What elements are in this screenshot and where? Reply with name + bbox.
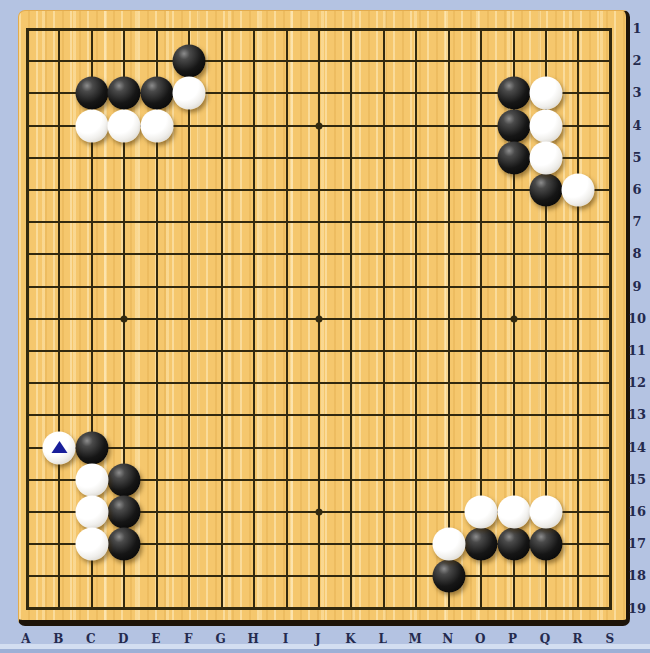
white-stone (75, 496, 108, 529)
star-point (315, 315, 322, 322)
grid-line-vertical (609, 28, 612, 611)
black-stone (75, 431, 108, 464)
black-stone (108, 463, 141, 496)
row-label: 16 (628, 504, 646, 519)
row-label: 6 (632, 182, 641, 197)
column-label: L (379, 632, 387, 646)
star-point (315, 509, 322, 516)
white-stone (497, 496, 530, 529)
row-label: 10 (628, 310, 646, 325)
row-label: 11 (628, 343, 646, 358)
row-label: 2 (632, 53, 641, 68)
white-stone (562, 174, 595, 207)
row-label: 4 (632, 117, 641, 132)
column-label: P (508, 632, 517, 646)
column-label: Q (540, 632, 550, 646)
column-label: M (409, 632, 422, 646)
row-label: 13 (628, 407, 646, 422)
white-stone (108, 109, 141, 142)
grid-line-horizontal (26, 382, 613, 384)
column-label: S (606, 632, 615, 646)
white-stone (75, 463, 108, 496)
white-stone (530, 496, 563, 529)
grid-line-vertical (415, 28, 417, 611)
black-stone (108, 77, 141, 110)
black-stone (530, 528, 563, 561)
grid-line-horizontal (26, 414, 613, 416)
grid-line-vertical (577, 28, 579, 611)
go-board[interactable] (18, 10, 630, 626)
column-label: I (283, 632, 289, 646)
row-label: 7 (632, 214, 641, 229)
white-stone (530, 77, 563, 110)
black-stone (108, 496, 141, 529)
white-stone (432, 528, 465, 561)
row-label: 5 (632, 149, 641, 164)
white-stone (530, 109, 563, 142)
row-label: 1 (632, 21, 641, 36)
black-stone (465, 528, 498, 561)
column-label: C (86, 632, 96, 646)
row-label: 9 (632, 278, 641, 293)
column-label: B (53, 632, 63, 646)
white-stone (140, 109, 173, 142)
go-diagram-frame: ABCDEFGHIJKLMNOPQRS123456789101112131415… (0, 0, 650, 653)
black-stone (108, 528, 141, 561)
triangle-marker (51, 441, 67, 453)
row-label: 8 (632, 246, 641, 261)
star-point (510, 315, 517, 322)
star-point (315, 122, 322, 129)
white-stone (75, 109, 108, 142)
column-label: J (315, 632, 321, 646)
column-label: R (572, 632, 582, 646)
white-stone (43, 431, 76, 464)
grid-line-horizontal (26, 607, 613, 610)
row-label: 17 (628, 536, 646, 551)
column-label: E (151, 632, 160, 646)
black-stone (432, 560, 465, 593)
grid-line-horizontal (26, 447, 613, 449)
row-label: 15 (628, 471, 646, 486)
white-stone (173, 77, 206, 110)
black-stone (140, 77, 173, 110)
row-label: 14 (628, 439, 646, 454)
row-label: 3 (632, 85, 641, 100)
black-stone (497, 109, 530, 142)
black-stone (497, 528, 530, 561)
column-label: N (442, 632, 453, 646)
black-stone (75, 77, 108, 110)
black-stone (497, 141, 530, 174)
white-stone (465, 496, 498, 529)
grid-line-vertical (383, 28, 385, 611)
black-stone (497, 77, 530, 110)
column-label: O (475, 632, 485, 646)
black-stone (173, 45, 206, 78)
column-label: K (345, 632, 355, 646)
grid-line-horizontal (26, 575, 613, 577)
star-point (121, 315, 128, 322)
column-label: A (21, 632, 30, 646)
grid-line-vertical (350, 28, 352, 611)
row-label: 19 (628, 600, 646, 615)
grid-line-vertical (448, 28, 450, 611)
column-label: D (118, 632, 128, 646)
white-stone (75, 528, 108, 561)
column-label: G (216, 632, 226, 646)
row-label: 18 (628, 568, 646, 583)
black-stone (530, 174, 563, 207)
grid-line-horizontal (26, 350, 613, 352)
column-label: F (184, 632, 193, 646)
white-stone (530, 141, 563, 174)
column-label: H (247, 632, 258, 646)
row-label: 12 (628, 375, 646, 390)
